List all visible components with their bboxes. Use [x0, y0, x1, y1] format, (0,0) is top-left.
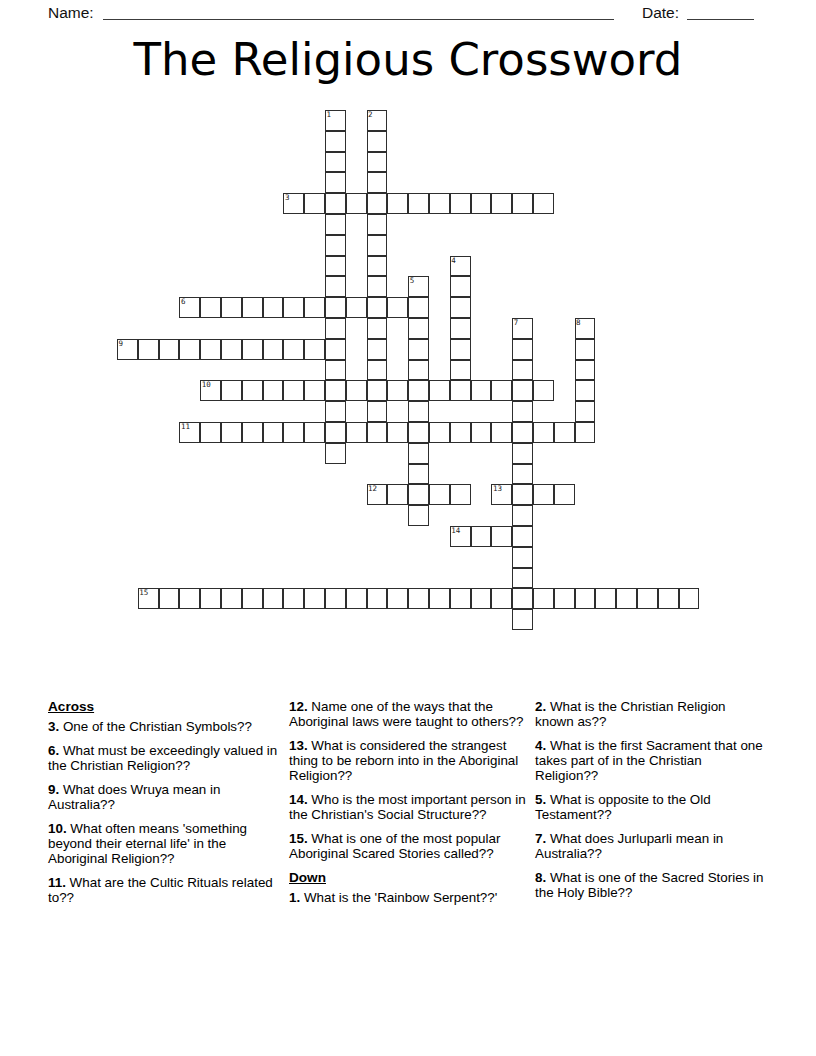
grid-cell-r14c14[interactable]	[408, 401, 429, 422]
clue-5-down: 5. What is opposite to the Old Testament…	[535, 792, 767, 822]
grid-cell-r14c22[interactable]	[575, 401, 596, 422]
grid-cell-r15c18[interactable]	[491, 422, 512, 443]
grid-cell-r23c25[interactable]	[637, 588, 658, 609]
grid-cell-r23c18[interactable]	[491, 588, 512, 609]
name-write-line[interactable]	[103, 19, 614, 20]
clue-column-1: Across3. One of the Christian Symbols??6…	[48, 699, 285, 914]
grid-cell-r23c24[interactable]	[616, 588, 637, 609]
grid-cell-r15c14[interactable]	[408, 422, 429, 443]
grid-cell-r8c10[interactable]	[325, 276, 346, 297]
grid-cell-r4c16[interactable]	[450, 193, 471, 214]
clue-text: What is the first Sacrament that one tak…	[535, 738, 763, 783]
grid-cell-r10c14[interactable]	[408, 318, 429, 339]
clue-4-down: 4. What is the first Sacrament that one …	[535, 738, 767, 783]
grid-cell-r23c9[interactable]	[304, 588, 325, 609]
grid-cell-r12c10[interactable]	[325, 360, 346, 381]
grid-cell-r15c20[interactable]	[533, 422, 554, 443]
clue-2-down: 2. What is the Christian Religion known …	[535, 699, 767, 729]
clue-14-across: 14. Who is the most important person in …	[289, 792, 532, 822]
clue-num-label: 2.	[535, 699, 550, 714]
grid-cell-r7c16[interactable]	[450, 256, 471, 277]
grid-cell-r9c10[interactable]	[325, 297, 346, 318]
grid-cell-r13c15[interactable]	[429, 380, 450, 401]
grid-cell-r13c11[interactable]	[346, 380, 367, 401]
grid-cell-r5c12[interactable]	[367, 214, 388, 235]
grid-cell-r11c3[interactable]	[179, 339, 200, 360]
grid-cell-r9c3[interactable]	[179, 297, 200, 318]
grid-cell-r15c16[interactable]	[450, 422, 471, 443]
clue-num-label: 7.	[535, 831, 550, 846]
grid-cell-r11c2[interactable]	[159, 339, 180, 360]
clue-num-label: 9.	[48, 782, 63, 797]
clue-text: What must be exceedingly valued in the C…	[48, 743, 277, 773]
grid-cell-r23c27[interactable]	[679, 588, 700, 609]
grid-cell-r20c18[interactable]	[491, 526, 512, 547]
clue-text: What is the Christian Religion known as?…	[535, 699, 726, 729]
grid-cell-r5c10[interactable]	[325, 214, 346, 235]
grid-cell-r4c15[interactable]	[429, 193, 450, 214]
grid-cell-r9c6[interactable]	[242, 297, 263, 318]
grid-cell-r13c22[interactable]	[575, 380, 596, 401]
grid-cell-r9c5[interactable]	[221, 297, 242, 318]
grid-cell-r20c17[interactable]	[471, 526, 492, 547]
grid-cell-r18c15[interactable]	[429, 484, 450, 505]
grid-cell-r1c12[interactable]	[367, 131, 388, 152]
grid-cell-r4c17[interactable]	[471, 193, 492, 214]
grid-cell-r11c19[interactable]	[512, 339, 533, 360]
grid-cell-r10c10[interactable]	[325, 318, 346, 339]
grid-cell-r15c10[interactable]	[325, 422, 346, 443]
grid-cell-r11c8[interactable]	[283, 339, 304, 360]
grid-cell-r18c18[interactable]	[491, 484, 512, 505]
grid-cell-r23c5[interactable]	[221, 588, 242, 609]
grid-cell-r19c14[interactable]	[408, 505, 429, 526]
clue-10-across: 10. What often means 'something beyond t…	[48, 821, 285, 866]
grid-cell-r4c12[interactable]	[367, 193, 388, 214]
grid-cell-r13c19[interactable]	[512, 380, 533, 401]
grid-cell-r9c12[interactable]	[367, 297, 388, 318]
grid-cell-r9c7[interactable]	[263, 297, 284, 318]
clue-text: What is one of the Sacred Stories in the…	[535, 870, 764, 900]
grid-cell-r12c16[interactable]	[450, 360, 471, 381]
grid-cell-r23c6[interactable]	[242, 588, 263, 609]
grid-cell-r11c10[interactable]	[325, 339, 346, 360]
clue-6-across: 6. What must be exceedingly valued in th…	[48, 743, 285, 773]
clue-11-across: 11. What are the Cultic Rituals related …	[48, 875, 285, 905]
grid-cell-r23c21[interactable]	[554, 588, 575, 609]
grid-cell-r16c10[interactable]	[325, 443, 346, 464]
grid-cell-r11c4[interactable]	[200, 339, 221, 360]
grid-cell-r23c19[interactable]	[512, 588, 533, 609]
grid-cell-r11c14[interactable]	[408, 339, 429, 360]
grid-cell-r18c12[interactable]	[367, 484, 388, 505]
grid-cell-r20c19[interactable]	[512, 526, 533, 547]
grid-cell-r23c17[interactable]	[471, 588, 492, 609]
clue-num-label: 5.	[535, 792, 550, 807]
clue-num-label: 15.	[289, 831, 311, 846]
grid-cell-r16c14[interactable]	[408, 443, 429, 464]
grid-cell-r15c8[interactable]	[283, 422, 304, 443]
clue-3-across: 3. One of the Christian Symbols??	[48, 719, 285, 734]
grid-cell-r11c12[interactable]	[367, 339, 388, 360]
grid-cell-r12c22[interactable]	[575, 360, 596, 381]
grid-cell-r15c5[interactable]	[221, 422, 242, 443]
clue-num-label: 8.	[535, 870, 550, 885]
grid-cell-r15c13[interactable]	[387, 422, 408, 443]
grid-cell-r23c11[interactable]	[346, 588, 367, 609]
grid-cell-r11c1[interactable]	[138, 339, 159, 360]
grid-cell-r17c14[interactable]	[408, 464, 429, 485]
grid-cell-r20c16[interactable]	[450, 526, 471, 547]
clue-num-label: 13.	[289, 738, 311, 753]
grid-cell-r23c14[interactable]	[408, 588, 429, 609]
grid-cell-r13c18[interactable]	[491, 380, 512, 401]
grid-cell-r11c5[interactable]	[221, 339, 242, 360]
clue-9-across: 9. What does Wruya mean in Australia??	[48, 782, 285, 812]
clue-text: What does Jurluparli mean in Australia??	[535, 831, 723, 861]
grid-cell-r7c12[interactable]	[367, 256, 388, 277]
grid-cell-r9c16[interactable]	[450, 297, 471, 318]
grid-cell-r23c23[interactable]	[595, 588, 616, 609]
clue-text: Who is the most important person in the …	[289, 792, 526, 822]
grid-cell-r14c10[interactable]	[325, 401, 346, 422]
grid-cell-r15c21[interactable]	[554, 422, 575, 443]
grid-cell-r15c7[interactable]	[263, 422, 284, 443]
grid-cell-r24c19[interactable]	[512, 609, 533, 630]
grid-cell-r4c8[interactable]	[283, 193, 304, 214]
grid-cell-r9c13[interactable]	[387, 297, 408, 318]
grid-cell-r13c7[interactable]	[263, 380, 284, 401]
grid-cell-r21c19[interactable]	[512, 547, 533, 568]
grid-cell-r1c10[interactable]	[325, 131, 346, 152]
grid-cell-r17c19[interactable]	[512, 464, 533, 485]
grid-cell-r13c4[interactable]	[200, 380, 221, 401]
clue-12-across: 12. Name one of the ways that the Aborig…	[289, 699, 532, 729]
clue-text: What is the 'Rainbow Serpent??'	[304, 890, 497, 905]
date-write-line[interactable]	[687, 19, 754, 20]
clue-column-3: 2. What is the Christian Religion known …	[535, 699, 767, 909]
clue-15-across: 15. What is one of the most popular Abor…	[289, 831, 532, 861]
grid-cell-r13c13[interactable]	[387, 380, 408, 401]
clue-num-label: 12.	[289, 699, 311, 714]
grid-cell-r15c6[interactable]	[242, 422, 263, 443]
grid-cell-r15c15[interactable]	[429, 422, 450, 443]
clue-num-label: 1.	[289, 890, 304, 905]
grid-cell-r4c9[interactable]	[304, 193, 325, 214]
grid-cell-r15c22[interactable]	[575, 422, 596, 443]
page-title: The Religious Crossword	[0, 33, 816, 86]
grid-cell-r13c8[interactable]	[283, 380, 304, 401]
grid-cell-r14c19[interactable]	[512, 401, 533, 422]
date-label: Date:	[642, 4, 679, 22]
grid-cell-r4c20[interactable]	[533, 193, 554, 214]
grid-cell-r9c9[interactable]	[304, 297, 325, 318]
grid-cell-r13c17[interactable]	[471, 380, 492, 401]
clue-num-label: 6.	[48, 743, 63, 758]
grid-cell-r6c12[interactable]	[367, 235, 388, 256]
grid-cell-r13c9[interactable]	[304, 380, 325, 401]
grid-cell-r11c16[interactable]	[450, 339, 471, 360]
grid-cell-r18c14[interactable]	[408, 484, 429, 505]
clue-column-2: 12. Name one of the ways that the Aborig…	[289, 699, 532, 914]
grid-cell-r15c11[interactable]	[346, 422, 367, 443]
grid-cell-r18c19[interactable]	[512, 484, 533, 505]
grid-cell-r18c16[interactable]	[450, 484, 471, 505]
grid-cell-r23c26[interactable]	[658, 588, 679, 609]
grid-cell-r13c10[interactable]	[325, 380, 346, 401]
grid-cell-r9c4[interactable]	[200, 297, 221, 318]
grid-cell-r4c13[interactable]	[387, 193, 408, 214]
grid-cell-r13c20[interactable]	[533, 380, 554, 401]
grid-cell-r19c19[interactable]	[512, 505, 533, 526]
grid-cell-r8c14[interactable]	[408, 276, 429, 297]
clue-text: What are the Cultic Rituals related to??	[48, 875, 273, 905]
grid-cell-r15c12[interactable]	[367, 422, 388, 443]
grid-cell-r22c19[interactable]	[512, 568, 533, 589]
grid-cell-r11c6[interactable]	[242, 339, 263, 360]
down-header: Down	[289, 870, 532, 885]
grid-cell-r23c7[interactable]	[263, 588, 284, 609]
clue-13-across: 13. What is considered the strangest thi…	[289, 738, 532, 783]
grid-cell-r4c14[interactable]	[408, 193, 429, 214]
clue-text: What does Wruya mean in Australia??	[48, 782, 220, 812]
grid-cell-r8c16[interactable]	[450, 276, 471, 297]
grid-cell-r8c12[interactable]	[367, 276, 388, 297]
grid-cell-r23c16[interactable]	[450, 588, 471, 609]
grid-cell-r13c6[interactable]	[242, 380, 263, 401]
grid-cell-r11c9[interactable]	[304, 339, 325, 360]
clue-num-label: 14.	[289, 792, 311, 807]
grid-cell-r23c2[interactable]	[159, 588, 180, 609]
clue-text: Name one of the ways that the Aboriginal…	[289, 699, 523, 729]
grid-cell-r6c10[interactable]	[325, 235, 346, 256]
grid-cell-r10c12[interactable]	[367, 318, 388, 339]
grid-cell-r9c8[interactable]	[283, 297, 304, 318]
grid-cell-r11c22[interactable]	[575, 339, 596, 360]
grid-cell-r13c14[interactable]	[408, 380, 429, 401]
grid-cell-r15c3[interactable]	[179, 422, 200, 443]
grid-cell-r0c10[interactable]	[325, 110, 346, 131]
grid-cell-r3c10[interactable]	[325, 172, 346, 193]
clue-1-down: 1. What is the 'Rainbow Serpent??'	[289, 890, 532, 905]
grid-cell-r23c13[interactable]	[387, 588, 408, 609]
grid-cell-r0c12[interactable]	[367, 110, 388, 131]
grid-cell-r13c5[interactable]	[221, 380, 242, 401]
grid-cell-r23c12[interactable]	[367, 588, 388, 609]
grid-cell-r15c4[interactable]	[200, 422, 221, 443]
grid-cell-r23c8[interactable]	[283, 588, 304, 609]
grid-cell-r23c15[interactable]	[429, 588, 450, 609]
grid-cell-r7c10[interactable]	[325, 256, 346, 277]
grid-cell-r18c21[interactable]	[554, 484, 575, 505]
name-label: Name:	[48, 4, 94, 22]
grid-cell-r9c14[interactable]	[408, 297, 429, 318]
grid-cell-r12c12[interactable]	[367, 360, 388, 381]
grid-cell-r2c10[interactable]	[325, 152, 346, 173]
grid-cell-r23c22[interactable]	[575, 588, 596, 609]
grid-cell-r23c1[interactable]	[138, 588, 159, 609]
clue-num-label: 10.	[48, 821, 70, 836]
clue-num-label: 3.	[48, 719, 63, 734]
grid-cell-r4c19[interactable]	[512, 193, 533, 214]
grid-cell-r9c11[interactable]	[346, 297, 367, 318]
across-header: Across	[48, 699, 285, 714]
grid-cell-r2c12[interactable]	[367, 152, 388, 173]
grid-cell-r10c22[interactable]	[575, 318, 596, 339]
clue-num-label: 11.	[48, 875, 70, 890]
clue-8-down: 8. What is one of the Sacred Stories in …	[535, 870, 767, 900]
grid-cell-r14c12[interactable]	[367, 401, 388, 422]
clue-text: What often means 'something beyond their…	[48, 821, 247, 866]
clue-text: What is considered the strangest thing t…	[289, 738, 518, 783]
grid-cell-r12c19[interactable]	[512, 360, 533, 381]
clue-text: What is one of the most popular Aborigin…	[289, 831, 500, 861]
grid-cell-r4c11[interactable]	[346, 193, 367, 214]
grid-cell-r11c7[interactable]	[263, 339, 284, 360]
grid-cell-r3c12[interactable]	[367, 172, 388, 193]
grid-cell-r4c10[interactable]	[325, 193, 346, 214]
grid-cell-r16c19[interactable]	[512, 443, 533, 464]
grid-cell-r15c9[interactable]	[304, 422, 325, 443]
grid-cell-r4c18[interactable]	[491, 193, 512, 214]
grid-cell-r12c14[interactable]	[408, 360, 429, 381]
grid-cell-r23c4[interactable]	[200, 588, 221, 609]
grid-cell-r18c20[interactable]	[533, 484, 554, 505]
clue-num-label: 4.	[535, 738, 550, 753]
grid-cell-r11c0[interactable]	[117, 339, 138, 360]
grid-cell-r15c19[interactable]	[512, 422, 533, 443]
grid-cell-r13c12[interactable]	[367, 380, 388, 401]
grid-cell-r18c13[interactable]	[387, 484, 408, 505]
grid-cell-r13c16[interactable]	[450, 380, 471, 401]
grid-cell-r10c16[interactable]	[450, 318, 471, 339]
grid-cell-r10c19[interactable]	[512, 318, 533, 339]
grid-cell-r23c3[interactable]	[179, 588, 200, 609]
clue-text: One of the Christian Symbols??	[63, 719, 252, 734]
grid-cell-r23c20[interactable]	[533, 588, 554, 609]
grid-cell-r23c10[interactable]	[325, 588, 346, 609]
clue-7-down: 7. What does Jurluparli mean in Australi…	[535, 831, 767, 861]
clue-text: What is opposite to the Old Testament??	[535, 792, 711, 822]
grid-cell-r15c17[interactable]	[471, 422, 492, 443]
